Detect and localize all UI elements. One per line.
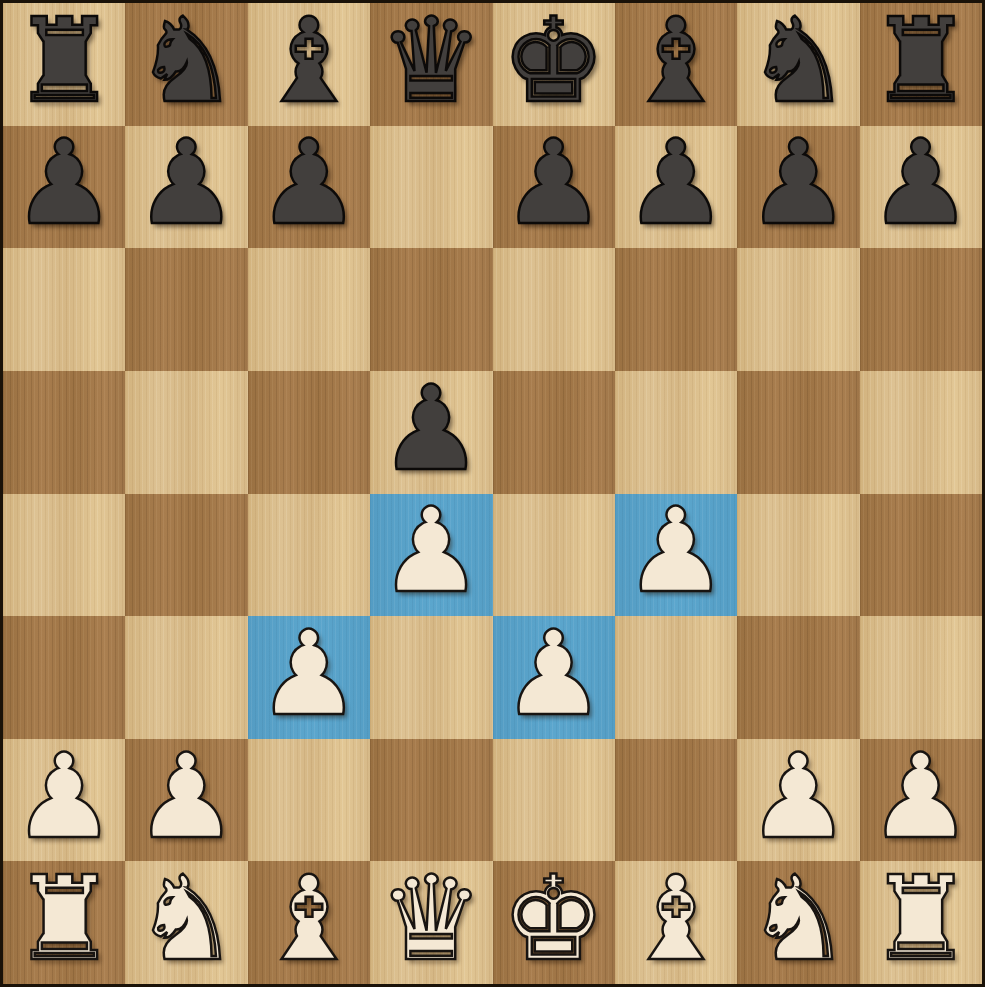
square-f7[interactable]: ♟ [615,126,737,249]
black-king[interactable]: ♚ [501,3,606,119]
square-h4[interactable] [860,494,982,617]
square-h3[interactable] [860,616,982,739]
square-c6[interactable] [248,248,370,371]
square-a6[interactable] [3,248,125,371]
white-pawn[interactable]: ♟ [12,739,117,855]
square-d7[interactable] [370,126,492,249]
square-e1[interactable]: ♚ [493,861,615,984]
square-g6[interactable] [737,248,859,371]
board-frame: ♜♞♝♛♚♝♞♜♟♟♟♟♟♟♟♟♟♟♟♟♟♟♟♟♜♞♝♛♚♝♞♜ [0,0,985,987]
square-e3[interactable]: ♟ [493,616,615,739]
square-e8[interactable]: ♚ [493,3,615,126]
black-bishop[interactable]: ♝ [624,3,729,119]
square-c4[interactable] [248,494,370,617]
black-pawn[interactable]: ♟ [134,126,239,242]
square-f3[interactable] [615,616,737,739]
square-h8[interactable]: ♜ [860,3,982,126]
black-pawn[interactable]: ♟ [12,126,117,242]
black-bishop[interactable]: ♝ [256,3,361,119]
black-pawn[interactable]: ♟ [256,126,361,242]
square-f1[interactable]: ♝ [615,861,737,984]
square-e4[interactable] [493,494,615,617]
square-d4[interactable]: ♟ [370,494,492,617]
square-c2[interactable] [248,739,370,862]
black-knight[interactable]: ♞ [746,3,851,119]
square-c3[interactable]: ♟ [248,616,370,739]
square-a7[interactable]: ♟ [3,126,125,249]
square-d8[interactable]: ♛ [370,3,492,126]
square-g3[interactable] [737,616,859,739]
black-pawn[interactable]: ♟ [501,126,606,242]
white-queen[interactable]: ♛ [379,861,484,977]
square-f6[interactable] [615,248,737,371]
square-a8[interactable]: ♜ [3,3,125,126]
square-a3[interactable] [3,616,125,739]
square-g4[interactable] [737,494,859,617]
square-e5[interactable] [493,371,615,494]
square-b8[interactable]: ♞ [125,3,247,126]
square-d3[interactable] [370,616,492,739]
square-b5[interactable] [125,371,247,494]
square-a4[interactable] [3,494,125,617]
black-pawn[interactable]: ♟ [379,371,484,487]
square-f2[interactable] [615,739,737,862]
square-a5[interactable] [3,371,125,494]
square-c5[interactable] [248,371,370,494]
square-g8[interactable]: ♞ [737,3,859,126]
square-h5[interactable] [860,371,982,494]
black-pawn[interactable]: ♟ [868,126,973,242]
square-c1[interactable]: ♝ [248,861,370,984]
square-h2[interactable]: ♟ [860,739,982,862]
white-bishop[interactable]: ♝ [624,861,729,977]
square-f8[interactable]: ♝ [615,3,737,126]
square-d6[interactable] [370,248,492,371]
square-b2[interactable]: ♟ [125,739,247,862]
square-h7[interactable]: ♟ [860,126,982,249]
square-g2[interactable]: ♟ [737,739,859,862]
white-pawn[interactable]: ♟ [868,739,973,855]
white-pawn[interactable]: ♟ [746,739,851,855]
white-bishop[interactable]: ♝ [256,861,361,977]
black-rook[interactable]: ♜ [12,3,117,119]
white-knight[interactable]: ♞ [134,861,239,977]
black-pawn[interactable]: ♟ [624,126,729,242]
black-queen[interactable]: ♛ [379,3,484,119]
white-pawn[interactable]: ♟ [624,494,729,610]
square-g7[interactable]: ♟ [737,126,859,249]
square-b7[interactable]: ♟ [125,126,247,249]
square-e6[interactable] [493,248,615,371]
square-a1[interactable]: ♜ [3,861,125,984]
square-b6[interactable] [125,248,247,371]
square-d2[interactable] [370,739,492,862]
square-f5[interactable] [615,371,737,494]
square-b3[interactable] [125,616,247,739]
square-b4[interactable] [125,494,247,617]
square-d1[interactable]: ♛ [370,861,492,984]
square-h1[interactable]: ♜ [860,861,982,984]
square-d5[interactable]: ♟ [370,371,492,494]
square-c7[interactable]: ♟ [248,126,370,249]
white-rook[interactable]: ♜ [12,861,117,977]
square-e2[interactable] [493,739,615,862]
white-knight[interactable]: ♞ [746,861,851,977]
black-pawn[interactable]: ♟ [746,126,851,242]
white-pawn[interactable]: ♟ [134,739,239,855]
square-f4[interactable]: ♟ [615,494,737,617]
square-c8[interactable]: ♝ [248,3,370,126]
square-e7[interactable]: ♟ [493,126,615,249]
square-h6[interactable] [860,248,982,371]
black-knight[interactable]: ♞ [134,3,239,119]
white-rook[interactable]: ♜ [868,861,973,977]
square-a2[interactable]: ♟ [3,739,125,862]
square-b1[interactable]: ♞ [125,861,247,984]
white-pawn[interactable]: ♟ [256,616,361,732]
square-g5[interactable] [737,371,859,494]
black-rook[interactable]: ♜ [868,3,973,119]
white-pawn[interactable]: ♟ [501,616,606,732]
white-king[interactable]: ♚ [501,861,606,977]
white-pawn[interactable]: ♟ [379,494,484,610]
chess-board: ♜♞♝♛♚♝♞♜♟♟♟♟♟♟♟♟♟♟♟♟♟♟♟♟♜♞♝♛♚♝♞♜ [3,3,982,984]
square-g1[interactable]: ♞ [737,861,859,984]
